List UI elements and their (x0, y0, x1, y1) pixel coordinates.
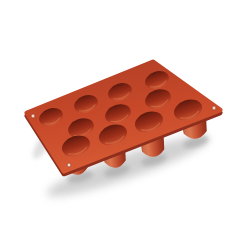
corner-hole (31, 114, 35, 118)
corner-hole (212, 106, 216, 110)
mold-svg (0, 0, 250, 250)
corner-hole (67, 163, 71, 167)
product-photo (0, 0, 250, 250)
